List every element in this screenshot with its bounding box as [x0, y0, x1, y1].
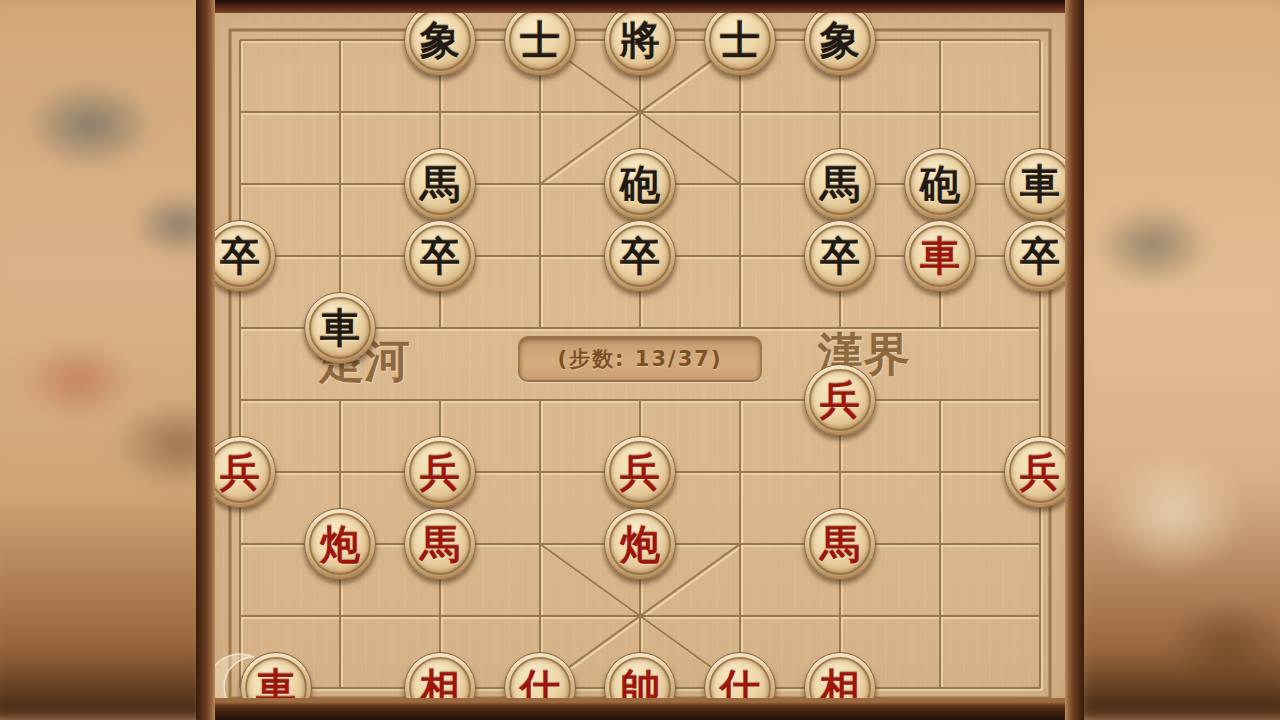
piece-glyph: 兵 [420, 452, 460, 492]
board-cell: 卒 [390, 220, 490, 292]
piece-glyph: 兵 [620, 452, 660, 492]
piece-black-advisor[interactable]: 士 [504, 4, 576, 76]
video-frame: 楚河 漢界 (步数: 13/37) 象士將士象馬砲馬砲車卒卒卒卒車卒車兵兵兵兵兵… [0, 0, 1280, 720]
piece-black-horse[interactable]: 馬 [804, 148, 876, 220]
piece-black-elephant[interactable]: 象 [804, 4, 876, 76]
piece-glyph: 車 [320, 308, 360, 348]
board-cell: 卒 [790, 220, 890, 292]
board-cell: 炮 [590, 508, 690, 580]
piece-glyph: 卒 [420, 236, 460, 276]
piece-red-soldier[interactable]: 兵 [404, 436, 476, 508]
board-cell: 象 [790, 4, 890, 76]
blurred-background-right [1078, 0, 1280, 720]
piece-glyph: 將 [620, 20, 660, 60]
piece-black-soldier[interactable]: 卒 [604, 220, 676, 292]
piece-glyph: 象 [420, 20, 460, 60]
piece-red-horse[interactable]: 馬 [804, 508, 876, 580]
piece-glyph: 炮 [320, 524, 360, 564]
piece-red-soldier[interactable]: 兵 [804, 364, 876, 436]
board-cell: 象 [390, 4, 490, 76]
piece-glyph: 士 [520, 20, 560, 60]
board-cell: 炮 [290, 508, 390, 580]
piece-black-horse[interactable]: 馬 [404, 148, 476, 220]
piece-glyph: 馬 [420, 524, 460, 564]
piece-black-advisor[interactable]: 士 [704, 4, 776, 76]
piece-glyph: 馬 [420, 164, 460, 204]
piece-red-cannon[interactable]: 炮 [604, 508, 676, 580]
piece-glyph: 兵 [1020, 452, 1060, 492]
piece-glyph: 馬 [820, 164, 860, 204]
board-cell: 馬 [390, 148, 490, 220]
piece-glyph: 車 [1020, 164, 1060, 204]
board-cell: 將 [590, 4, 690, 76]
piece-black-soldier[interactable]: 卒 [404, 220, 476, 292]
board-cell: 兵 [790, 364, 890, 436]
xiangqi-board[interactable]: 楚河 漢界 (步数: 13/37) 象士將士象馬砲馬砲車卒卒卒卒車卒車兵兵兵兵兵… [196, 0, 1084, 720]
piece-black-cannon[interactable]: 砲 [904, 148, 976, 220]
board-cell: 砲 [890, 148, 990, 220]
board-cell: 馬 [390, 508, 490, 580]
piece-glyph: 砲 [620, 164, 660, 204]
piece-glyph: 馬 [820, 524, 860, 564]
piece-glyph: 兵 [820, 380, 860, 420]
piece-red-chariot[interactable]: 車 [904, 220, 976, 292]
blurred-background-left [0, 0, 205, 720]
piece-glyph: 兵 [220, 452, 260, 492]
board-frame-left [196, 0, 215, 720]
piece-glyph: 卒 [820, 236, 860, 276]
board-cell: 卒 [590, 220, 690, 292]
board-cell: 馬 [790, 148, 890, 220]
board-cell: 車 [290, 292, 390, 364]
board-cell: 馬 [790, 508, 890, 580]
piece-red-cannon[interactable]: 炮 [304, 508, 376, 580]
board-cell: 士 [690, 4, 790, 76]
piece-glyph: 卒 [620, 236, 660, 276]
board-cell: 士 [490, 4, 590, 76]
board-frame-bottom [196, 698, 1084, 720]
piece-glyph: 炮 [620, 524, 660, 564]
piece-layer: 象士將士象馬砲馬砲車卒卒卒卒車卒車兵兵兵兵兵炮馬炮馬車相仕帥仕相 [190, 4, 1090, 720]
piece-glyph: 車 [920, 236, 960, 276]
board-frame-top [196, 0, 1084, 13]
piece-black-soldier[interactable]: 卒 [804, 220, 876, 292]
board-frame-right [1065, 0, 1084, 720]
board-cell: 車 [890, 220, 990, 292]
piece-black-general[interactable]: 將 [604, 4, 676, 76]
piece-glyph: 卒 [220, 236, 260, 276]
piece-black-cannon[interactable]: 砲 [604, 148, 676, 220]
piece-black-chariot[interactable]: 車 [304, 292, 376, 364]
board-cell: 兵 [590, 436, 690, 508]
piece-glyph: 卒 [1020, 236, 1060, 276]
piece-black-elephant[interactable]: 象 [404, 4, 476, 76]
piece-glyph: 士 [720, 20, 760, 60]
board-cell: 砲 [590, 148, 690, 220]
piece-red-horse[interactable]: 馬 [404, 508, 476, 580]
piece-glyph: 象 [820, 20, 860, 60]
piece-red-soldier[interactable]: 兵 [604, 436, 676, 508]
board-cell: 兵 [390, 436, 490, 508]
piece-glyph: 砲 [920, 164, 960, 204]
